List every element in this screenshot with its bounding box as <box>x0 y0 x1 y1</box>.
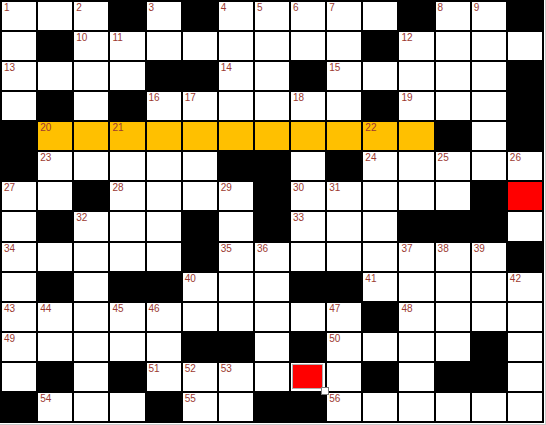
black-cell-r1c6 <box>183 2 217 30</box>
white-cell-r12c5[interactable] <box>147 333 181 361</box>
white-cell-r2c8[interactable] <box>255 32 289 60</box>
clue-number: 26 <box>510 152 521 164</box>
white-cell-r3c4[interactable] <box>110 62 144 90</box>
black-cell-r2c2 <box>38 32 72 60</box>
white-cell-r14c6[interactable]: 55 <box>183 393 217 421</box>
clue-number: 34 <box>4 243 15 255</box>
white-cell-r14c2[interactable]: 54 <box>38 393 72 421</box>
white-cell-r2c3[interactable]: 10 <box>74 32 108 60</box>
white-cell-r13c6[interactable]: 52 <box>183 363 217 391</box>
clue-number: 54 <box>40 393 51 405</box>
orange-cell-r5c9[interactable] <box>291 122 325 150</box>
white-cell-r13c7[interactable]: 53 <box>219 363 253 391</box>
clue-number: 43 <box>4 303 15 315</box>
white-cell-r10c6[interactable]: 40 <box>183 273 217 301</box>
black-cell-r14c1 <box>2 393 36 421</box>
clue-number: 25 <box>438 152 449 164</box>
black-cell-r6c1 <box>2 152 36 180</box>
white-cell-r2c1[interactable] <box>2 32 36 60</box>
white-cell-r11c3[interactable] <box>74 303 108 331</box>
black-cell-r4c4 <box>110 92 144 120</box>
white-cell-r7c10[interactable]: 31 <box>327 182 361 210</box>
white-cell-r8c15[interactable] <box>508 212 542 240</box>
white-cell-r7c7[interactable]: 29 <box>219 182 253 210</box>
black-cell-r8c13 <box>436 212 470 240</box>
white-cell-r9c10[interactable] <box>327 243 361 271</box>
white-cell-r13c10[interactable] <box>327 363 361 391</box>
black-cell-r10c2 <box>38 273 72 301</box>
white-cell-r3c12[interactable] <box>399 62 433 90</box>
clue-number: 24 <box>365 152 376 164</box>
white-cell-r10c3[interactable] <box>74 273 108 301</box>
black-cell-r6c7 <box>219 152 253 180</box>
white-cell-r3c1[interactable]: 13 <box>2 62 36 90</box>
white-cell-r2c5[interactable] <box>147 32 181 60</box>
white-cell-r6c9[interactable] <box>291 152 325 180</box>
white-cell-r8c7[interactable] <box>219 212 253 240</box>
black-cell-r13c11 <box>363 363 397 391</box>
white-cell-r4c3[interactable] <box>74 92 108 120</box>
clue-number: 9 <box>474 2 480 14</box>
clue-number: 49 <box>4 333 15 345</box>
black-cell-r6c8 <box>255 152 289 180</box>
clue-number: 29 <box>221 182 232 194</box>
black-cell-r9c6 <box>183 243 217 271</box>
clue-number: 44 <box>40 303 51 315</box>
white-cell-r12c15[interactable] <box>508 333 542 361</box>
clue-number: 11 <box>112 32 122 44</box>
white-cell-r8c9[interactable]: 33 <box>291 212 325 240</box>
clue-number: 13 <box>4 62 15 74</box>
black-cell-r12c6 <box>183 333 217 361</box>
orange-cell-r5c6[interactable] <box>183 122 217 150</box>
white-cell-r4c14[interactable] <box>472 92 506 120</box>
black-cell-r13c13 <box>436 363 470 391</box>
white-cell-r9c12[interactable]: 37 <box>399 243 433 271</box>
white-cell-r1c1[interactable]: 1 <box>2 2 36 30</box>
clue-number: 21 <box>112 122 123 134</box>
white-cell-r2c13[interactable] <box>436 32 470 60</box>
black-cell-r10c4 <box>110 273 144 301</box>
black-cell-r10c9 <box>291 273 325 301</box>
white-cell-r4c9[interactable]: 18 <box>291 92 325 120</box>
orange-cell-r5c5[interactable] <box>147 122 181 150</box>
white-cell-r9c13[interactable]: 38 <box>436 243 470 271</box>
black-cell-r3c5 <box>147 62 181 90</box>
white-cell-r13c5[interactable]: 51 <box>147 363 181 391</box>
white-cell-r2c6[interactable] <box>183 32 217 60</box>
black-cell-r5c13 <box>436 122 470 150</box>
clue-number: 22 <box>365 122 376 134</box>
clue-number: 27 <box>4 182 15 194</box>
black-cell-r8c6 <box>183 212 217 240</box>
crossword-page: 1234567891011121314151617181920212223242… <box>0 0 546 425</box>
clue-number: 56 <box>329 393 340 405</box>
white-cell-r1c8[interactable]: 5 <box>255 2 289 30</box>
clue-number: 40 <box>185 273 196 285</box>
white-cell-r1c13[interactable]: 8 <box>436 2 470 30</box>
white-cell-r9c7[interactable]: 35 <box>219 243 253 271</box>
white-cell-r10c8[interactable] <box>255 273 289 301</box>
white-cell-r6c12[interactable] <box>399 152 433 180</box>
white-cell-r14c14[interactable] <box>472 393 506 421</box>
white-cell-r14c7[interactable] <box>219 393 253 421</box>
white-cell-r9c9[interactable] <box>291 243 325 271</box>
white-cell-r12c1[interactable]: 49 <box>2 333 36 361</box>
white-cell-r6c4[interactable] <box>110 152 144 180</box>
clue-number: 37 <box>401 243 412 255</box>
clue-number: 18 <box>293 92 304 104</box>
white-cell-r14c3[interactable] <box>74 393 108 421</box>
orange-cell-r5c10[interactable] <box>327 122 361 150</box>
white-cell-r6c14[interactable] <box>472 152 506 180</box>
white-cell-r13c1[interactable] <box>2 363 36 391</box>
clue-number: 39 <box>474 243 485 255</box>
white-cell-r4c6[interactable]: 17 <box>183 92 217 120</box>
black-cell-r2c11 <box>363 32 397 60</box>
clue-number: 2 <box>76 2 82 14</box>
white-cell-r12c4[interactable] <box>110 333 144 361</box>
white-cell-r4c12[interactable]: 19 <box>399 92 433 120</box>
white-cell-r4c7[interactable] <box>219 92 253 120</box>
white-cell-r3c14[interactable] <box>472 62 506 90</box>
white-cell-r7c12[interactable] <box>399 182 433 210</box>
clue-number: 42 <box>510 273 521 285</box>
white-cell-r13c8[interactable] <box>255 363 289 391</box>
black-cell-r4c15 <box>508 92 542 120</box>
clue-number: 14 <box>221 62 232 74</box>
white-cell-r10c1[interactable] <box>2 273 36 301</box>
black-cell-r4c11 <box>363 92 397 120</box>
white-cell-r8c5[interactable] <box>147 212 181 240</box>
white-cell-r1c3[interactable]: 2 <box>74 2 108 30</box>
white-cell-r14c13[interactable] <box>436 393 470 421</box>
clue-number: 12 <box>401 32 412 44</box>
black-cell-r4c2 <box>38 92 72 120</box>
clue-number: 7 <box>329 2 335 14</box>
white-cell-r11c6[interactable] <box>183 303 217 331</box>
white-cell-r3c8[interactable] <box>255 62 289 90</box>
white-cell-r2c7[interactable] <box>219 32 253 60</box>
white-cell-r4c8[interactable] <box>255 92 289 120</box>
white-cell-r12c12[interactable] <box>399 333 433 361</box>
white-cell-r9c2[interactable] <box>38 243 72 271</box>
white-cell-r11c7[interactable] <box>219 303 253 331</box>
crossword-grid: 1234567891011121314151617181920212223242… <box>0 0 544 423</box>
black-cell-r14c9 <box>291 393 325 421</box>
black-cell-r14c8 <box>255 393 289 421</box>
white-cell-r11c14[interactable] <box>472 303 506 331</box>
white-cell-r4c10[interactable] <box>327 92 361 120</box>
white-cell-r9c5[interactable] <box>147 243 181 271</box>
clue-number: 48 <box>401 303 412 315</box>
white-cell-r10c7[interactable] <box>219 273 253 301</box>
white-cell-r12c3[interactable] <box>74 333 108 361</box>
white-cell-r14c10[interactable]: 56 <box>327 393 361 421</box>
orange-cell-r5c4[interactable]: 21 <box>110 122 144 150</box>
clue-number: 52 <box>185 363 196 375</box>
black-cell-r10c5 <box>147 273 181 301</box>
black-cell-r1c12 <box>399 2 433 30</box>
black-cell-r1c4 <box>110 2 144 30</box>
white-cell-r11c2[interactable]: 44 <box>38 303 72 331</box>
clue-number: 50 <box>329 333 340 345</box>
black-cell-r11c11 <box>363 303 397 331</box>
white-cell-r1c9[interactable]: 6 <box>291 2 325 30</box>
white-cell-r9c1[interactable]: 34 <box>2 243 36 271</box>
white-cell-r12c8[interactable] <box>255 333 289 361</box>
clue-number: 55 <box>185 393 196 405</box>
white-cell-r7c4[interactable]: 28 <box>110 182 144 210</box>
white-cell-r4c1[interactable] <box>2 92 36 120</box>
white-cell-r3c10[interactable]: 15 <box>327 62 361 90</box>
white-cell-r6c5[interactable] <box>147 152 181 180</box>
black-cell-r8c12 <box>399 212 433 240</box>
white-cell-r12c2[interactable] <box>38 333 72 361</box>
white-cell-r14c11[interactable] <box>363 393 397 421</box>
clue-number: 53 <box>221 363 232 375</box>
white-cell-r1c2[interactable] <box>38 2 72 30</box>
white-cell-r11c1[interactable]: 43 <box>2 303 36 331</box>
white-cell-r9c8[interactable]: 36 <box>255 243 289 271</box>
white-cell-r2c9[interactable] <box>291 32 325 60</box>
white-cell-r7c5[interactable] <box>147 182 181 210</box>
black-cell-r3c15 <box>508 62 542 90</box>
white-cell-r2c4[interactable]: 11 <box>110 32 144 60</box>
white-cell-r14c15[interactable] <box>508 393 542 421</box>
white-cell-r6c2[interactable]: 23 <box>38 152 72 180</box>
white-cell-r3c11[interactable] <box>363 62 397 90</box>
white-cell-r11c10[interactable]: 47 <box>327 303 361 331</box>
white-cell-r7c13[interactable] <box>436 182 470 210</box>
clue-number: 35 <box>221 243 232 255</box>
orange-cell-r5c11[interactable]: 22 <box>363 122 397 150</box>
black-cell-r12c14 <box>472 333 506 361</box>
white-cell-r7c11[interactable] <box>363 182 397 210</box>
clue-number: 31 <box>329 182 340 194</box>
clue-number: 15 <box>329 62 340 74</box>
white-cell-r11c13[interactable] <box>436 303 470 331</box>
white-cell-r3c13[interactable] <box>436 62 470 90</box>
black-cell-r5c1 <box>2 122 36 150</box>
red-cell-r7c15[interactable] <box>508 182 542 210</box>
white-cell-r12c11[interactable] <box>363 333 397 361</box>
clue-number: 1 <box>4 2 10 14</box>
clue-number: 46 <box>149 303 160 315</box>
white-cell-r9c3[interactable] <box>74 243 108 271</box>
white-cell-r3c2[interactable] <box>38 62 72 90</box>
white-cell-r5c14[interactable] <box>472 122 506 150</box>
white-cell-r8c4[interactable] <box>110 212 144 240</box>
white-cell-r1c11[interactable] <box>363 2 397 30</box>
clue-number: 6 <box>293 2 299 14</box>
white-cell-r10c14[interactable] <box>472 273 506 301</box>
black-cell-r8c14 <box>472 212 506 240</box>
clue-number: 41 <box>365 273 376 285</box>
white-cell-r3c3[interactable] <box>74 62 108 90</box>
white-cell-r11c8[interactable] <box>255 303 289 331</box>
white-cell-r11c9[interactable] <box>291 303 325 331</box>
white-cell-r12c13[interactable] <box>436 333 470 361</box>
black-cell-r14c5 <box>147 393 181 421</box>
white-cell-r6c15[interactable]: 26 <box>508 152 542 180</box>
white-cell-r13c15[interactable] <box>508 363 542 391</box>
clue-number: 10 <box>76 32 87 44</box>
clue-number: 36 <box>257 243 268 255</box>
white-cell-r2c12[interactable]: 12 <box>399 32 433 60</box>
selected-cell-fill <box>292 364 323 389</box>
black-cell-r13c2 <box>38 363 72 391</box>
black-cell-r8c8 <box>255 212 289 240</box>
clue-number: 19 <box>401 92 412 104</box>
white-cell-r14c12[interactable] <box>399 393 433 421</box>
clue-number: 45 <box>112 303 123 315</box>
white-cell-r2c14[interactable] <box>472 32 506 60</box>
white-cell-r6c13[interactable]: 25 <box>436 152 470 180</box>
white-cell-r2c10[interactable] <box>327 32 361 60</box>
orange-cell-r5c2[interactable]: 20 <box>38 122 72 150</box>
white-cell-r7c6[interactable] <box>183 182 217 210</box>
black-cell-r12c7 <box>219 333 253 361</box>
white-cell-r3c7[interactable]: 14 <box>219 62 253 90</box>
white-cell-r14c4[interactable] <box>110 393 144 421</box>
white-cell-r1c10[interactable]: 7 <box>327 2 361 30</box>
clue-number: 17 <box>185 92 196 104</box>
white-cell-r8c10[interactable] <box>327 212 361 240</box>
white-cell-r13c12[interactable] <box>399 363 433 391</box>
white-cell-r8c11[interactable] <box>363 212 397 240</box>
black-cell-r13c14 <box>472 363 506 391</box>
white-cell-r4c5[interactable]: 16 <box>147 92 181 120</box>
black-cell-r1c15 <box>508 2 542 30</box>
white-cell-r7c1[interactable]: 27 <box>2 182 36 210</box>
clue-number: 16 <box>149 92 160 104</box>
black-cell-r6c10 <box>327 152 361 180</box>
white-cell-r7c2[interactable] <box>38 182 72 210</box>
black-cell-r7c14 <box>472 182 506 210</box>
white-cell-r11c4[interactable]: 45 <box>110 303 144 331</box>
white-cell-r4c13[interactable] <box>436 92 470 120</box>
black-cell-r5c15 <box>508 122 542 150</box>
clue-number: 30 <box>293 182 304 194</box>
black-cell-r13c4 <box>110 363 144 391</box>
black-cell-r3c6 <box>183 62 217 90</box>
orange-cell-r5c7[interactable] <box>219 122 253 150</box>
white-cell-r11c5[interactable]: 46 <box>147 303 181 331</box>
black-cell-r8c2 <box>38 212 72 240</box>
white-cell-r1c14[interactable]: 9 <box>472 2 506 30</box>
white-cell-r6c3[interactable] <box>74 152 108 180</box>
clue-number: 23 <box>40 152 51 164</box>
white-cell-r6c6[interactable] <box>183 152 217 180</box>
orange-cell-r5c12[interactable] <box>399 122 433 150</box>
white-cell-r1c5[interactable]: 3 <box>147 2 181 30</box>
white-cell-r13c3[interactable] <box>74 363 108 391</box>
black-cell-r9c15 <box>508 243 542 271</box>
black-cell-r10c10 <box>327 273 361 301</box>
black-cell-r7c3 <box>74 182 108 210</box>
white-cell-r6c11[interactable]: 24 <box>363 152 397 180</box>
clue-number: 8 <box>438 2 444 14</box>
clue-number: 4 <box>221 2 227 14</box>
white-cell-r7c9[interactable]: 30 <box>291 182 325 210</box>
clue-number: 3 <box>149 2 155 14</box>
white-cell-r11c12[interactable]: 48 <box>399 303 433 331</box>
white-cell-r10c13[interactable] <box>436 273 470 301</box>
clue-number: 20 <box>40 122 51 134</box>
white-cell-r11c15[interactable] <box>508 303 542 331</box>
black-cell-r12c9 <box>291 333 325 361</box>
clue-number: 33 <box>293 212 304 224</box>
orange-cell-r5c3[interactable] <box>74 122 108 150</box>
white-cell-r8c3[interactable]: 32 <box>74 212 108 240</box>
selection-handle[interactable] <box>321 387 329 395</box>
white-cell-r8c1[interactable] <box>2 212 36 240</box>
black-cell-r3c9 <box>291 62 325 90</box>
clue-number: 5 <box>257 2 263 14</box>
clue-number: 32 <box>76 212 87 224</box>
clue-number: 51 <box>149 363 160 375</box>
selected-red-cell-r13c9[interactable] <box>291 363 325 391</box>
clue-number: 38 <box>438 243 449 255</box>
white-cell-r9c4[interactable] <box>110 243 144 271</box>
white-cell-r9c14[interactable]: 39 <box>472 243 506 271</box>
white-cell-r12c10[interactable]: 50 <box>327 333 361 361</box>
white-cell-r10c11[interactable]: 41 <box>363 273 397 301</box>
white-cell-r10c12[interactable] <box>399 273 433 301</box>
white-cell-r10c15[interactable]: 42 <box>508 273 542 301</box>
white-cell-r1c7[interactable]: 4 <box>219 2 253 30</box>
black-cell-r7c8 <box>255 182 289 210</box>
clue-number: 28 <box>112 182 123 194</box>
white-cell-r9c11[interactable] <box>363 243 397 271</box>
clue-number: 47 <box>329 303 340 315</box>
orange-cell-r5c8[interactable] <box>255 122 289 150</box>
white-cell-r2c15[interactable] <box>508 32 542 60</box>
